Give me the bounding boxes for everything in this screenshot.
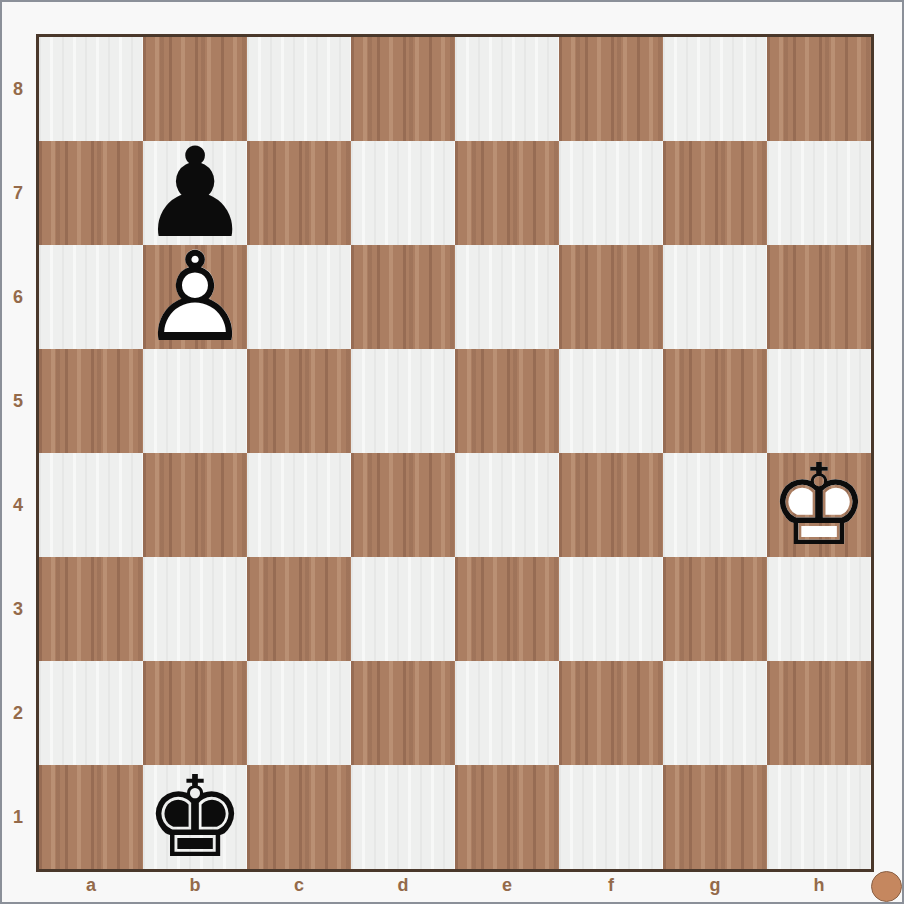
- square-g7[interactable]: [663, 141, 767, 245]
- black-king[interactable]: ♚: [143, 765, 247, 869]
- file-label-f: f: [559, 870, 663, 900]
- square-a8[interactable]: [39, 37, 143, 141]
- square-d5[interactable]: [351, 349, 455, 453]
- square-b2[interactable]: [143, 661, 247, 765]
- square-c1[interactable]: [247, 765, 351, 869]
- square-a5[interactable]: [39, 349, 143, 453]
- square-d8[interactable]: [351, 37, 455, 141]
- chess-page: { "game": "chess", "position": "8/1p6/1P…: [0, 0, 904, 904]
- rank-label-2: 2: [2, 661, 34, 765]
- file-label-e: e: [455, 870, 559, 900]
- rank-label-4: 4: [2, 453, 34, 557]
- square-e3[interactable]: [455, 557, 559, 661]
- square-e7[interactable]: [455, 141, 559, 245]
- file-labels: abcdefgh: [39, 870, 871, 900]
- square-e4[interactable]: [455, 453, 559, 557]
- square-f1[interactable]: [559, 765, 663, 869]
- square-c8[interactable]: [247, 37, 351, 141]
- square-g3[interactable]: [663, 557, 767, 661]
- square-c7[interactable]: [247, 141, 351, 245]
- square-e6[interactable]: [455, 245, 559, 349]
- rank-label-8: 8: [2, 37, 34, 141]
- square-e1[interactable]: [455, 765, 559, 869]
- rank-label-3: 3: [2, 557, 34, 661]
- square-h6[interactable]: [767, 245, 871, 349]
- square-f8[interactable]: [559, 37, 663, 141]
- square-b6[interactable]: ♟♙: [143, 245, 247, 349]
- square-c3[interactable]: [247, 557, 351, 661]
- square-f2[interactable]: [559, 661, 663, 765]
- square-b3[interactable]: [143, 557, 247, 661]
- turn-indicator: [871, 871, 902, 902]
- square-a3[interactable]: [39, 557, 143, 661]
- square-h7[interactable]: [767, 141, 871, 245]
- file-label-d: d: [351, 870, 455, 900]
- square-f5[interactable]: [559, 349, 663, 453]
- file-label-c: c: [247, 870, 351, 900]
- rank-label-5: 5: [2, 349, 34, 453]
- white-king[interactable]: ♚♔: [767, 453, 871, 557]
- file-label-h: h: [767, 870, 871, 900]
- square-c2[interactable]: [247, 661, 351, 765]
- rank-labels: 87654321: [2, 37, 34, 869]
- rank-label-7: 7: [2, 141, 34, 245]
- square-f4[interactable]: [559, 453, 663, 557]
- square-d4[interactable]: [351, 453, 455, 557]
- white-pawn[interactable]: ♟♙: [143, 245, 247, 349]
- square-g2[interactable]: [663, 661, 767, 765]
- square-d3[interactable]: [351, 557, 455, 661]
- square-a6[interactable]: [39, 245, 143, 349]
- square-h4[interactable]: ♚♔: [767, 453, 871, 557]
- square-d7[interactable]: [351, 141, 455, 245]
- square-b4[interactable]: [143, 453, 247, 557]
- square-g5[interactable]: [663, 349, 767, 453]
- square-b1[interactable]: ♚: [143, 765, 247, 869]
- square-g4[interactable]: [663, 453, 767, 557]
- square-h2[interactable]: [767, 661, 871, 765]
- white-pawn-outline: ♙: [143, 245, 247, 349]
- board-frame: ♟♟♙♚♔♚: [36, 34, 874, 872]
- square-f6[interactable]: [559, 245, 663, 349]
- square-h5[interactable]: [767, 349, 871, 453]
- square-e8[interactable]: [455, 37, 559, 141]
- square-g6[interactable]: [663, 245, 767, 349]
- square-h1[interactable]: [767, 765, 871, 869]
- square-c4[interactable]: [247, 453, 351, 557]
- square-e5[interactable]: [455, 349, 559, 453]
- square-c6[interactable]: [247, 245, 351, 349]
- square-e2[interactable]: [455, 661, 559, 765]
- square-f7[interactable]: [559, 141, 663, 245]
- square-d6[interactable]: [351, 245, 455, 349]
- square-b5[interactable]: [143, 349, 247, 453]
- square-h8[interactable]: [767, 37, 871, 141]
- square-h3[interactable]: [767, 557, 871, 661]
- white-king-outline: ♔: [767, 453, 871, 557]
- square-g1[interactable]: [663, 765, 767, 869]
- file-label-g: g: [663, 870, 767, 900]
- square-f3[interactable]: [559, 557, 663, 661]
- square-d2[interactable]: [351, 661, 455, 765]
- rank-label-1: 1: [2, 765, 34, 869]
- rank-label-6: 6: [2, 245, 34, 349]
- square-a7[interactable]: [39, 141, 143, 245]
- square-d1[interactable]: [351, 765, 455, 869]
- square-a1[interactable]: [39, 765, 143, 869]
- chess-board: ♟♟♙♚♔♚: [39, 37, 871, 869]
- file-label-a: a: [39, 870, 143, 900]
- square-a2[interactable]: [39, 661, 143, 765]
- square-c5[interactable]: [247, 349, 351, 453]
- square-a4[interactable]: [39, 453, 143, 557]
- square-g8[interactable]: [663, 37, 767, 141]
- file-label-b: b: [143, 870, 247, 900]
